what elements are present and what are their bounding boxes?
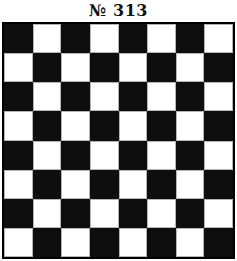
square-g2[interactable]: ♙: [176, 199, 205, 228]
square-f2[interactable]: ♟: [147, 199, 176, 228]
square-g5[interactable]: [176, 111, 205, 140]
square-b6[interactable]: [33, 82, 62, 111]
square-c6[interactable]: ♟: [61, 82, 90, 111]
square-c3[interactable]: ♕: [61, 170, 90, 199]
square-c1[interactable]: [61, 228, 90, 257]
square-f1[interactable]: [147, 228, 176, 257]
square-f3[interactable]: [147, 170, 176, 199]
white-pawn[interactable]: ♟: [207, 83, 229, 108]
square-f4[interactable]: [147, 141, 176, 170]
square-c7[interactable]: ♕: [61, 53, 90, 82]
square-b1[interactable]: [33, 228, 62, 257]
square-b2[interactable]: ♟: [33, 199, 62, 228]
black-pawn[interactable]: ♟: [207, 54, 229, 79]
square-a5[interactable]: [4, 111, 33, 140]
square-b4[interactable]: [33, 141, 62, 170]
square-g6[interactable]: ♟: [176, 82, 205, 111]
square-g4[interactable]: [176, 141, 205, 170]
square-a8[interactable]: [4, 24, 33, 53]
square-h2[interactable]: [204, 199, 233, 228]
square-b5[interactable]: [33, 111, 62, 140]
square-e5[interactable]: [119, 111, 148, 140]
square-a3[interactable]: [4, 170, 33, 199]
square-c8[interactable]: [61, 24, 90, 53]
square-h3[interactable]: [204, 170, 233, 199]
white-pawn[interactable]: ♙: [179, 200, 201, 225]
square-a6[interactable]: ♟: [4, 82, 33, 111]
square-c2[interactable]: [61, 199, 90, 228]
white-queen[interactable]: ♕: [122, 171, 144, 196]
square-h1[interactable]: [204, 228, 233, 257]
square-c4[interactable]: [61, 141, 90, 170]
square-e4[interactable]: [119, 141, 148, 170]
square-d5[interactable]: [90, 111, 119, 140]
black-queen[interactable]: ♛: [207, 112, 229, 137]
square-d4[interactable]: [90, 141, 119, 170]
square-h4[interactable]: [204, 141, 233, 170]
chess-problem-diagram: № 313 ♗♚♕♟♟♟♟♟♛♕♕♟♟♙♚: [0, 0, 237, 261]
square-h8[interactable]: [204, 24, 233, 53]
square-h7[interactable]: ♟: [204, 53, 233, 82]
white-bishop[interactable]: ♗: [36, 25, 58, 50]
square-f7[interactable]: [147, 53, 176, 82]
square-e8[interactable]: [119, 24, 148, 53]
square-d8[interactable]: [90, 24, 119, 53]
square-a2[interactable]: [4, 199, 33, 228]
square-e2[interactable]: [119, 199, 148, 228]
square-g3[interactable]: [176, 170, 205, 199]
black-king[interactable]: ♚: [179, 25, 201, 50]
black-pawn[interactable]: ♟: [64, 83, 86, 108]
square-a7[interactable]: [4, 53, 33, 82]
square-g7[interactable]: [176, 53, 205, 82]
black-pawn[interactable]: ♟: [7, 83, 29, 108]
square-d6[interactable]: [90, 82, 119, 111]
square-d3[interactable]: [90, 170, 119, 199]
square-e7[interactable]: [119, 53, 148, 82]
square-d1[interactable]: [90, 228, 119, 257]
white-pawn[interactable]: ♟: [150, 200, 172, 225]
square-a1[interactable]: [4, 228, 33, 257]
black-pawn[interactable]: ♟: [179, 83, 201, 108]
square-d2[interactable]: [90, 199, 119, 228]
white-king[interactable]: ♚: [179, 229, 201, 254]
white-queen[interactable]: ♕: [64, 171, 86, 196]
square-g8[interactable]: ♚: [176, 24, 205, 53]
square-a4[interactable]: [4, 141, 33, 170]
white-queen[interactable]: ♕: [64, 54, 86, 79]
square-f6[interactable]: [147, 82, 176, 111]
square-b3[interactable]: [33, 170, 62, 199]
square-h5[interactable]: ♛: [204, 111, 233, 140]
problem-number-title: № 313: [0, 0, 237, 21]
chess-board: ♗♚♕♟♟♟♟♟♛♕♕♟♟♙♚: [2, 22, 235, 259]
square-f8[interactable]: [147, 24, 176, 53]
square-e3[interactable]: ♕: [119, 170, 148, 199]
square-d7[interactable]: [90, 53, 119, 82]
square-b8[interactable]: ♗: [33, 24, 62, 53]
square-f5[interactable]: [147, 111, 176, 140]
square-e1[interactable]: [119, 228, 148, 257]
square-h6[interactable]: ♟: [204, 82, 233, 111]
square-b7[interactable]: [33, 53, 62, 82]
square-c5[interactable]: [61, 111, 90, 140]
square-e6[interactable]: [119, 82, 148, 111]
square-g1[interactable]: ♚: [176, 228, 205, 257]
white-pawn[interactable]: ♟: [36, 200, 58, 225]
